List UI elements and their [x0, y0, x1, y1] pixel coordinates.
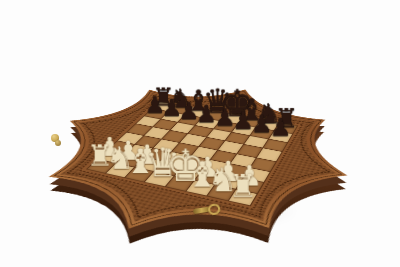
white-bishop[interactable]: ♝ [125, 144, 146, 178]
black-pawn[interactable]: ♟ [178, 99, 196, 122]
left-hinge-icon [50, 133, 63, 147]
chess-board: ♜♞♝♛♚♝♞♜♟♟♟♟♟♟♟♟♟♟♟♟♟♟♟♟♜♞♝♛♚♝♞♜ [0, 71, 374, 267]
white-rook[interactable]: ♜ [87, 141, 107, 170]
white-rook[interactable]: ♜ [229, 170, 251, 201]
white-bishop[interactable]: ♝ [186, 157, 208, 192]
hinge-knob2-icon [55, 140, 61, 146]
white-knight[interactable]: ♞ [207, 163, 229, 196]
black-pawn[interactable]: ♟ [196, 102, 214, 126]
black-pawn[interactable]: ♟ [232, 108, 250, 132]
board-top-face: ♜♞♝♛♚♝♞♜♟♟♟♟♟♟♟♟♟♟♟♟♟♟♟♟♜♞♝♛♚♝♞♜ [0, 71, 374, 267]
black-pawn[interactable]: ♟ [214, 105, 232, 129]
black-pawn[interactable]: ♟ [250, 111, 269, 135]
square-h1[interactable]: ♜ [229, 189, 257, 205]
black-pawn[interactable]: ♟ [269, 115, 288, 140]
white-king[interactable]: ♚ [165, 143, 186, 187]
photo-stage: ♜♞♝♛♚♝♞♜♟♟♟♟♟♟♟♟♟♟♟♟♟♟♟♟♜♞♝♛♚♝♞♜ [0, 0, 400, 267]
white-queen[interactable]: ♛ [145, 143, 166, 183]
square-h6[interactable] [263, 139, 287, 151]
black-pawn[interactable]: ♟ [161, 96, 179, 119]
white-knight[interactable]: ♞ [106, 142, 127, 173]
black-pawn[interactable]: ♟ [145, 93, 163, 116]
